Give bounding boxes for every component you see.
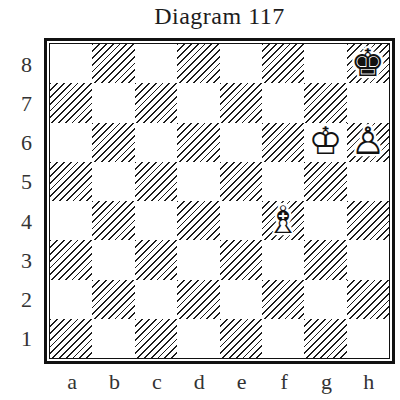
- file-label-f: f: [263, 366, 305, 398]
- square-b3: [92, 240, 134, 279]
- square-g1: [304, 319, 346, 358]
- piece-black-king: ♚♚: [347, 44, 389, 83]
- square-h4: [347, 201, 389, 240]
- rank-label-2: 2: [0, 281, 38, 320]
- square-f5: [262, 162, 304, 201]
- square-g3: [304, 240, 346, 279]
- square-b2: [92, 280, 134, 319]
- square-f1: [262, 319, 304, 358]
- square-f4: ♝♗: [262, 201, 304, 240]
- square-f6: [262, 123, 304, 162]
- rank-label-8: 8: [0, 45, 38, 84]
- chess-board: ♚♚♚♔♟♙♝♗: [50, 44, 389, 358]
- square-c5: [135, 162, 177, 201]
- square-a3: [50, 240, 92, 279]
- square-b6: [92, 123, 134, 162]
- square-c7: [135, 83, 177, 122]
- piece-white-king: ♚♔: [304, 123, 346, 162]
- square-a4: [50, 201, 92, 240]
- rank-label-5: 5: [0, 163, 38, 202]
- square-c2: [135, 280, 177, 319]
- square-h7: [347, 83, 389, 122]
- square-h8: ♚♚: [347, 44, 389, 83]
- square-g2: [304, 280, 346, 319]
- piece-white-pawn: ♟♙: [347, 123, 389, 162]
- file-label-c: c: [136, 366, 178, 398]
- square-e1: [220, 319, 262, 358]
- square-a8: [50, 44, 92, 83]
- square-b8: [92, 44, 134, 83]
- file-label-b: b: [93, 366, 135, 398]
- square-c8: [135, 44, 177, 83]
- white-pawn-glyph: ♙: [351, 122, 385, 160]
- square-d2: [177, 280, 219, 319]
- square-e3: [220, 240, 262, 279]
- rank-label-7: 7: [0, 84, 38, 123]
- square-g8: [304, 44, 346, 83]
- square-f7: [262, 83, 304, 122]
- rank-label-6: 6: [0, 124, 38, 163]
- square-c4: [135, 201, 177, 240]
- square-e4: [220, 201, 262, 240]
- square-f2: [262, 280, 304, 319]
- piece-white-bishop: ♝♗: [262, 201, 304, 240]
- square-c1: [135, 319, 177, 358]
- board-inner-border: ♚♚♚♔♟♙♝♗: [49, 43, 390, 359]
- file-label-h: h: [348, 366, 390, 398]
- rank-label-4: 4: [0, 202, 38, 241]
- file-labels: abcdefgh: [51, 366, 390, 398]
- square-b7: [92, 83, 134, 122]
- square-e2: [220, 280, 262, 319]
- black-king-glyph: ♚: [351, 44, 385, 82]
- file-label-a: a: [51, 366, 93, 398]
- square-d8: [177, 44, 219, 83]
- square-e8: [220, 44, 262, 83]
- rank-label-3: 3: [0, 241, 38, 280]
- square-b4: [92, 201, 134, 240]
- square-h2: [347, 280, 389, 319]
- square-f3: [262, 240, 304, 279]
- square-f8: [262, 44, 304, 83]
- rank-labels: 87654321: [0, 45, 38, 359]
- square-b5: [92, 162, 134, 201]
- square-g7: [304, 83, 346, 122]
- square-a6: [50, 123, 92, 162]
- square-d5: [177, 162, 219, 201]
- page-title: Diagram 117: [44, 3, 395, 30]
- square-e5: [220, 162, 262, 201]
- square-d4: [177, 201, 219, 240]
- square-h5: [347, 162, 389, 201]
- rank-label-1: 1: [0, 320, 38, 359]
- file-label-d: d: [178, 366, 220, 398]
- square-a7: [50, 83, 92, 122]
- file-label-e: e: [221, 366, 263, 398]
- square-d3: [177, 240, 219, 279]
- square-g5: [304, 162, 346, 201]
- diagram-page: Diagram 117 87654321 ♚♚♚♔♟♙♝♗ abcdefgh: [0, 0, 400, 400]
- square-a1: [50, 319, 92, 358]
- square-d1: [177, 319, 219, 358]
- square-h1: [347, 319, 389, 358]
- square-d6: [177, 123, 219, 162]
- square-c3: [135, 240, 177, 279]
- square-b1: [92, 319, 134, 358]
- square-a5: [50, 162, 92, 201]
- board-frame: ♚♚♚♔♟♙♝♗: [44, 38, 395, 364]
- square-a2: [50, 280, 92, 319]
- white-bishop-glyph: ♗: [266, 201, 300, 239]
- square-g6: ♚♔: [304, 123, 346, 162]
- file-label-g: g: [305, 366, 347, 398]
- square-e6: [220, 123, 262, 162]
- square-h6: ♟♙: [347, 123, 389, 162]
- white-king-glyph: ♔: [308, 122, 342, 160]
- square-e7: [220, 83, 262, 122]
- square-d7: [177, 83, 219, 122]
- square-g4: [304, 201, 346, 240]
- square-h3: [347, 240, 389, 279]
- square-c6: [135, 123, 177, 162]
